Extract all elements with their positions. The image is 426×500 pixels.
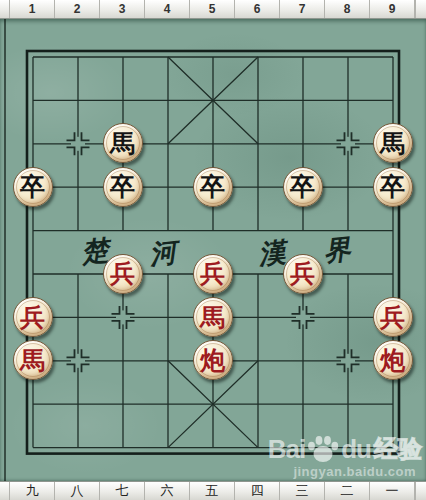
piece-glyph: 炮 xyxy=(380,348,405,373)
file-label-bottom-7: 三 xyxy=(280,482,325,500)
piece-black-soldier[interactable]: 卒 xyxy=(283,167,323,207)
xiangqi-tutorial-screen: 123456789 楚 河 漢 界 馬馬卒卒卒卒卒兵兵兵兵馬兵馬炮炮 Bai xyxy=(0,0,426,500)
file-label-bottom-4: 六 xyxy=(145,482,190,500)
file-label-top-7: 7 xyxy=(280,0,325,18)
piece-red-soldier[interactable]: 兵 xyxy=(13,297,53,337)
top-coordinate-bar: 123456789 xyxy=(0,0,426,19)
file-label-bottom-9: 一 xyxy=(370,482,415,500)
piece-red-soldier[interactable]: 兵 xyxy=(103,254,143,294)
piece-grid: 馬馬卒卒卒卒卒兵兵兵兵馬兵馬炮炮 xyxy=(10,35,415,469)
watermark-jingyan-text: 经验 xyxy=(374,437,422,461)
piece-glyph: 卒 xyxy=(290,174,315,199)
coord-bar-fill xyxy=(415,482,426,500)
piece-black-soldier[interactable]: 卒 xyxy=(373,167,413,207)
file-label-bottom-1: 九 xyxy=(10,482,55,500)
piece-red-cannon[interactable]: 炮 xyxy=(373,340,413,380)
file-label-bottom-2: 八 xyxy=(55,482,100,500)
piece-red-horse[interactable]: 馬 xyxy=(13,340,53,380)
piece-black-soldier[interactable]: 卒 xyxy=(193,167,233,207)
file-label-top-5: 5 xyxy=(190,0,235,18)
file-label-bottom-6: 四 xyxy=(235,482,280,500)
piece-glyph: 卒 xyxy=(110,174,135,199)
file-label-top-1: 1 xyxy=(10,0,55,18)
file-label-bottom-3: 七 xyxy=(100,482,145,500)
watermark-du-text: du xyxy=(341,436,371,462)
file-label-top-9: 9 xyxy=(370,0,415,18)
piece-red-soldier[interactable]: 兵 xyxy=(193,254,233,294)
piece-black-horse[interactable]: 馬 xyxy=(103,123,143,163)
piece-red-cannon[interactable]: 炮 xyxy=(193,340,233,380)
file-label-bottom-8: 二 xyxy=(325,482,370,500)
file-label-top-4: 4 xyxy=(145,0,190,18)
piece-glyph: 卒 xyxy=(200,174,225,199)
file-label-bottom-5: 五 xyxy=(190,482,235,500)
watermark-bai-text: Bai xyxy=(268,436,305,462)
piece-glyph: 兵 xyxy=(380,305,405,330)
baidu-paw-icon xyxy=(307,435,339,463)
piece-red-horse[interactable]: 馬 xyxy=(193,297,233,337)
coord-bar-stub xyxy=(0,0,10,18)
piece-glyph: 馬 xyxy=(110,131,135,156)
piece-glyph: 兵 xyxy=(200,261,225,286)
piece-glyph: 兵 xyxy=(290,261,315,286)
file-label-top-8: 8 xyxy=(325,0,370,18)
xiangqi-board[interactable]: 楚 河 漢 界 馬馬卒卒卒卒卒兵兵兵兵馬兵馬炮炮 Bai du 经验 xyxy=(0,19,426,481)
watermark-url: jingyan.baidu.com xyxy=(268,464,422,479)
piece-glyph: 馬 xyxy=(200,305,225,330)
piece-glyph: 兵 xyxy=(110,261,135,286)
piece-black-soldier[interactable]: 卒 xyxy=(103,167,143,207)
piece-glyph: 炮 xyxy=(200,348,225,373)
baidu-watermark: Bai du 经验 jingyan.baidu.com xyxy=(268,435,422,479)
file-label-top-3: 3 xyxy=(100,0,145,18)
piece-glyph: 卒 xyxy=(20,174,45,199)
piece-glyph: 馬 xyxy=(20,348,45,373)
file-label-top-2: 2 xyxy=(55,0,100,18)
piece-red-soldier[interactable]: 兵 xyxy=(283,254,323,294)
coord-bar-stub xyxy=(0,482,10,500)
file-label-top-6: 6 xyxy=(235,0,280,18)
piece-black-horse[interactable]: 馬 xyxy=(373,123,413,163)
piece-glyph: 馬 xyxy=(380,131,405,156)
coord-bar-fill xyxy=(415,0,426,18)
piece-red-soldier[interactable]: 兵 xyxy=(373,297,413,337)
bottom-coordinate-bar: 九八七六五四三二一 xyxy=(0,481,426,500)
piece-glyph: 卒 xyxy=(380,174,405,199)
piece-glyph: 兵 xyxy=(20,305,45,330)
piece-black-soldier[interactable]: 卒 xyxy=(13,167,53,207)
